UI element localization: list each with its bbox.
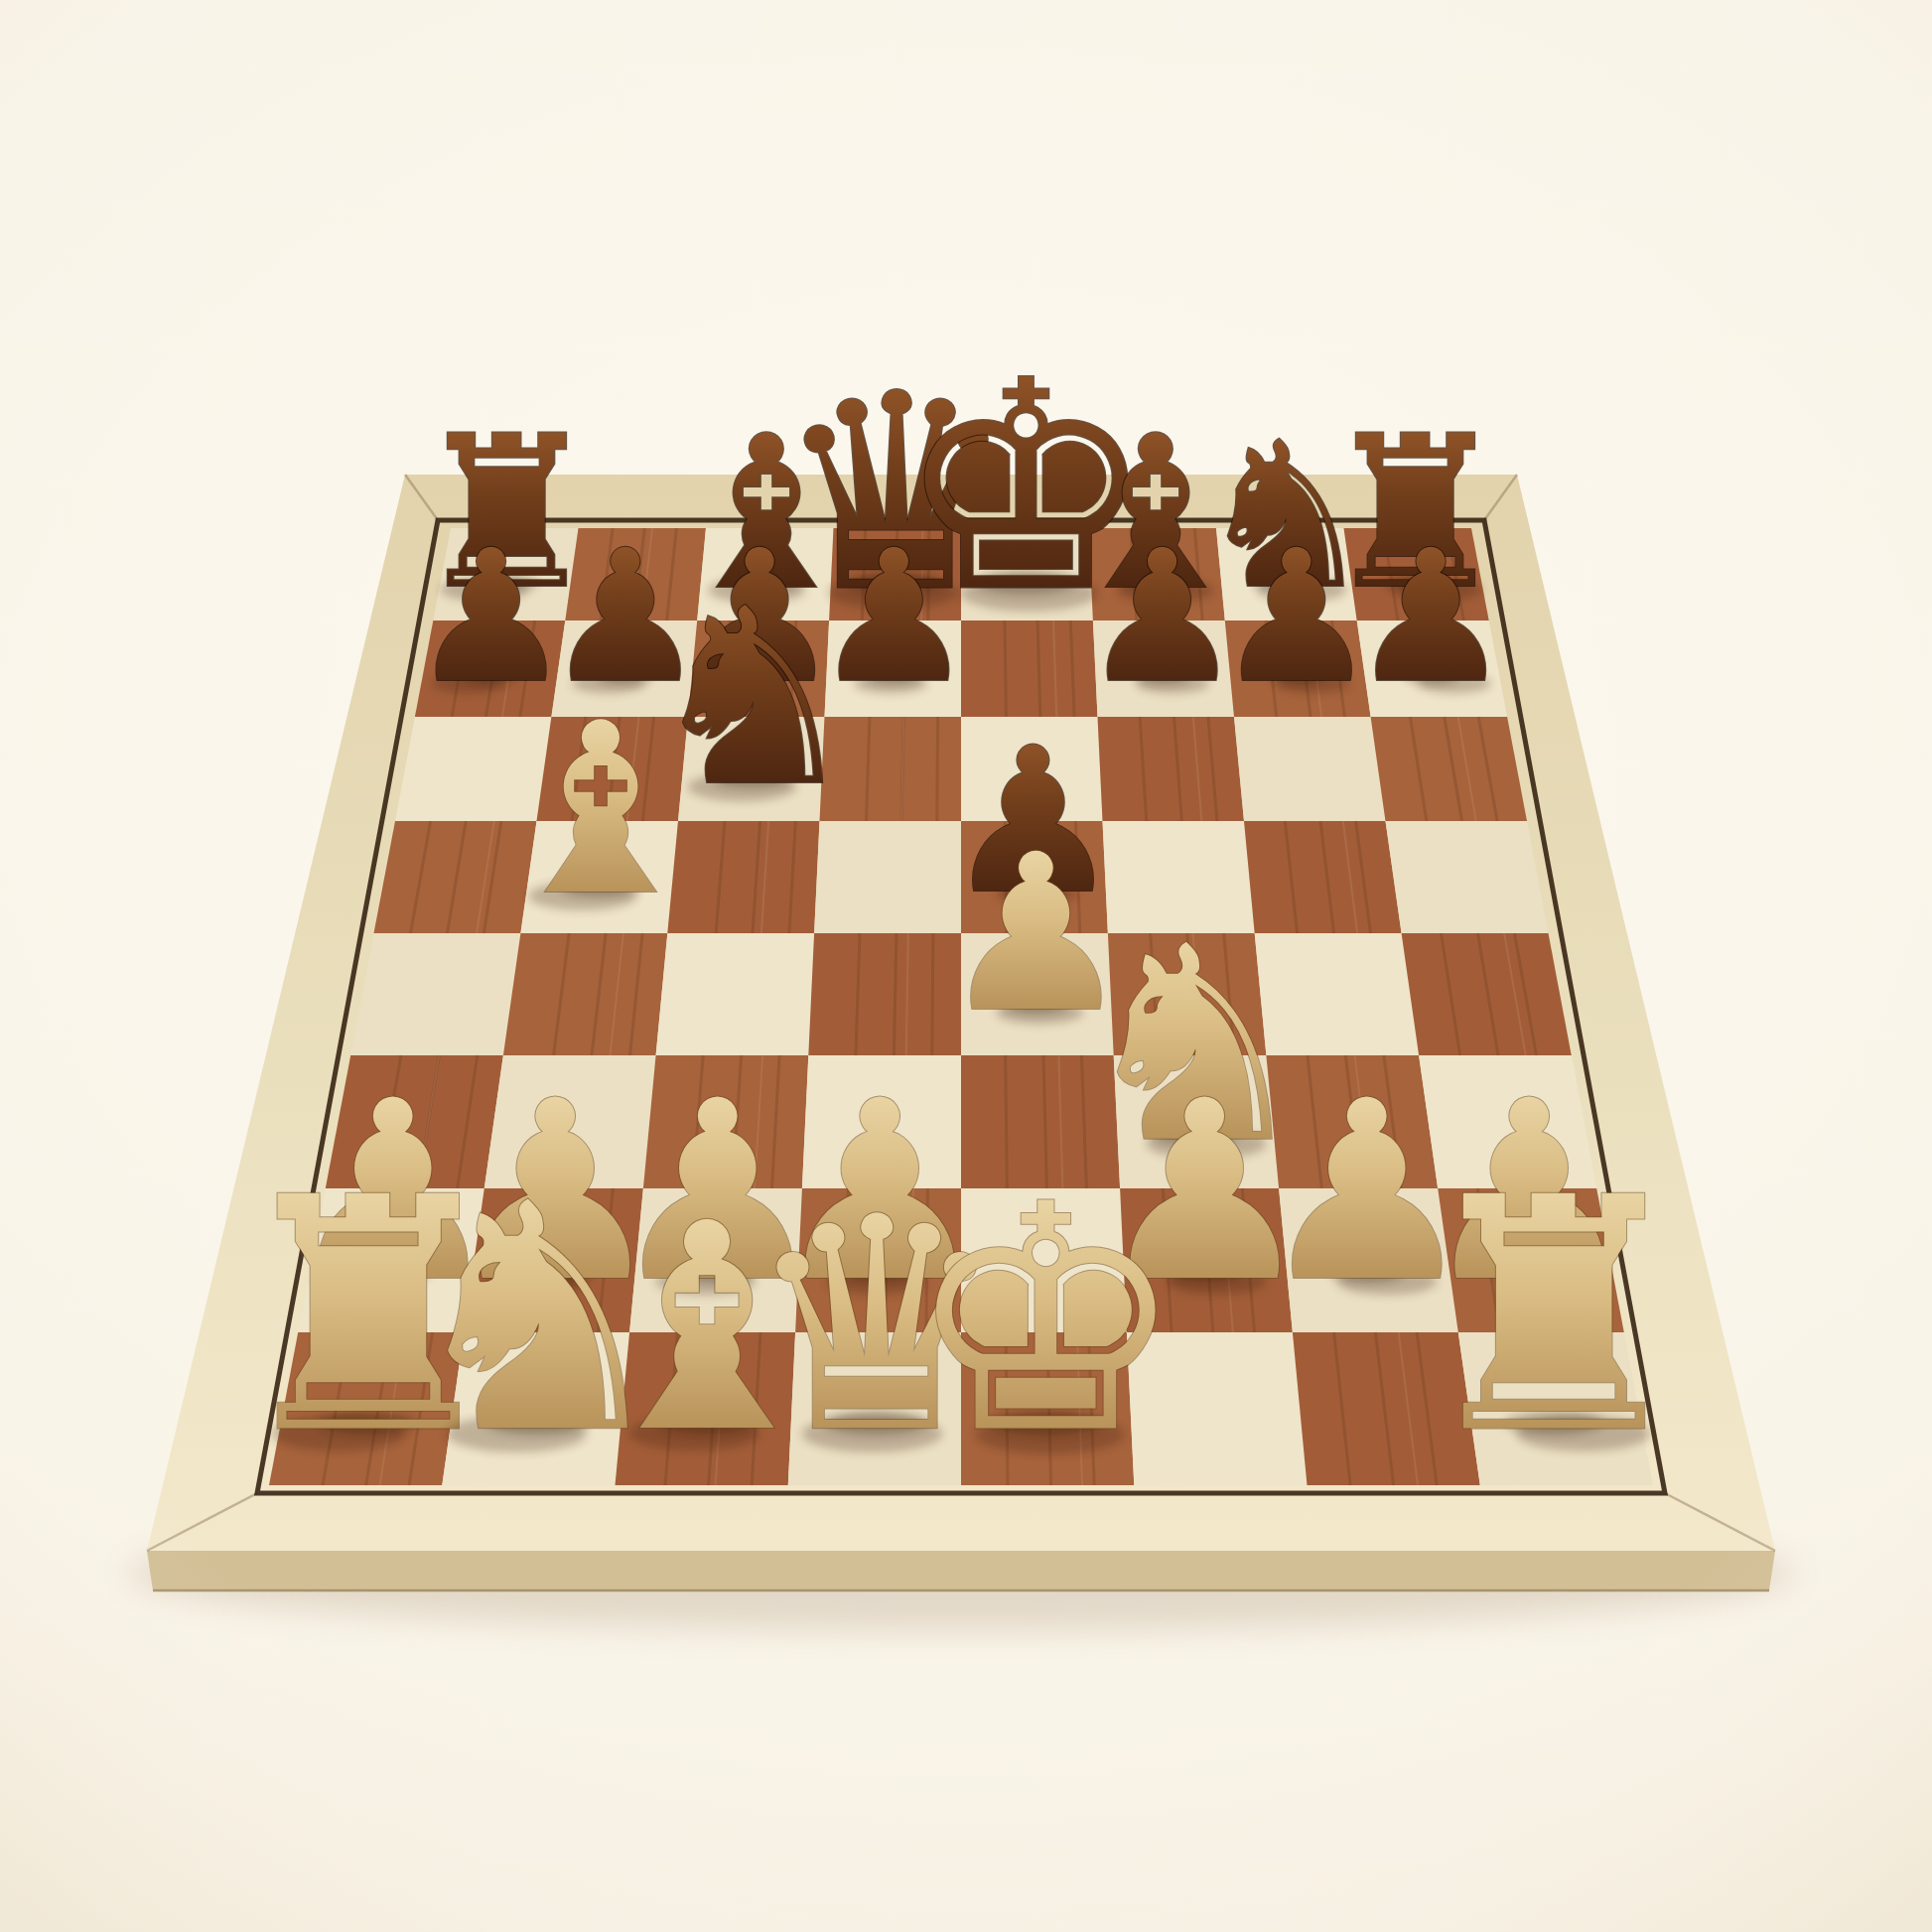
vignette-overlay [0,0,1932,1932]
chessboard: ♜♝♛♚♝♞♜♟♟♟♟♟♟♟♞♟♝♟♞♟♟♟♟♟♟♟♜♞♝♛♚♜ [0,0,1932,1932]
photo-canvas: ♜♝♛♚♝♞♜♟♟♟♟♟♟♟♞♟♝♟♞♟♟♟♟♟♟♟♜♞♝♛♚♜ [0,0,1932,1932]
